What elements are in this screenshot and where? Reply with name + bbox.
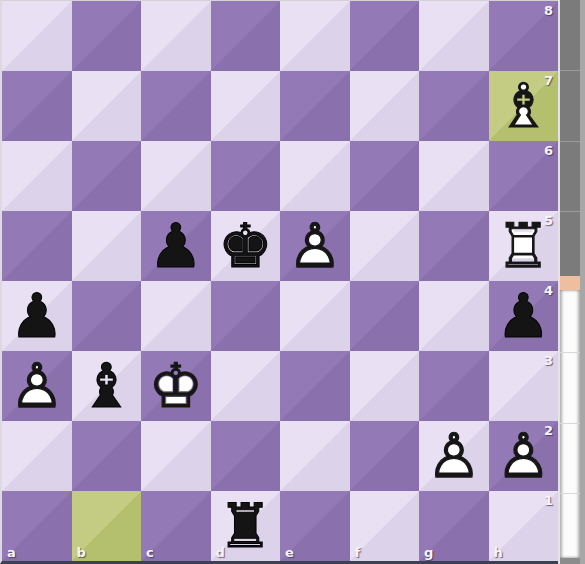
strip-right-edge (580, 0, 585, 564)
rank-label-3: 3 (544, 353, 553, 368)
square-a5[interactable] (2, 211, 72, 281)
bar-divider (560, 211, 580, 212)
square-h2[interactable]: ♟♙2 (489, 421, 559, 491)
bar-divider (560, 423, 580, 424)
rank-label-1: 1 (544, 493, 553, 508)
file-label-f: f (355, 545, 361, 560)
file-label-a: a (7, 545, 16, 560)
side-panel-strip (558, 0, 585, 564)
square-h4[interactable]: ♟4 (489, 281, 559, 351)
eval-scroll-bar (560, 0, 580, 564)
square-d1[interactable]: ♜d (211, 491, 281, 561)
chess-board-frame: 8♝♗76♟♚♟♙♜♖5♟♟4♟♙♝♚♔3♟♙♟♙2abc♜defg1h (0, 0, 558, 564)
square-b3[interactable]: ♝ (72, 351, 142, 421)
black-pawn[interactable]: ♟ (148, 213, 203, 279)
bar-top-gray-segment (560, 0, 580, 276)
bar-divider (560, 352, 580, 353)
square-e3[interactable] (280, 351, 350, 421)
square-c4[interactable] (141, 281, 211, 351)
square-a8[interactable] (2, 1, 72, 71)
square-h1[interactable]: 1h (489, 491, 559, 561)
white-pawn[interactable]: ♟♙ (287, 213, 342, 279)
file-label-c: c (146, 545, 154, 560)
square-e6[interactable] (280, 141, 350, 211)
square-g2[interactable]: ♟♙ (419, 421, 489, 491)
bar-divider (560, 70, 580, 71)
square-b5[interactable] (72, 211, 142, 281)
square-b8[interactable] (72, 1, 142, 71)
square-c8[interactable] (141, 1, 211, 71)
square-h7[interactable]: ♝♗7 (489, 71, 559, 141)
square-f1[interactable]: f (350, 491, 420, 561)
square-d4[interactable] (211, 281, 281, 351)
square-d3[interactable] (211, 351, 281, 421)
square-a2[interactable] (2, 421, 72, 491)
square-e2[interactable] (280, 421, 350, 491)
square-c3[interactable]: ♚♔ (141, 351, 211, 421)
square-b7[interactable] (72, 71, 142, 141)
file-label-h: h (494, 545, 503, 560)
black-pawn[interactable]: ♟ (496, 283, 551, 349)
square-b1[interactable]: b (72, 491, 142, 561)
square-g4[interactable] (419, 281, 489, 351)
square-c2[interactable] (141, 421, 211, 491)
white-king[interactable]: ♚♔ (148, 353, 203, 419)
square-f5[interactable] (350, 211, 420, 281)
white-rook[interactable]: ♜♖ (496, 213, 551, 279)
black-rook[interactable]: ♜ (218, 493, 273, 559)
square-e8[interactable] (280, 1, 350, 71)
square-c7[interactable] (141, 71, 211, 141)
bar-divider (560, 493, 580, 494)
square-c5[interactable]: ♟ (141, 211, 211, 281)
white-pawn[interactable]: ♟♙ (426, 423, 481, 489)
white-bishop[interactable]: ♝♗ (496, 73, 551, 139)
white-pawn[interactable]: ♟♙ (496, 423, 551, 489)
square-h8[interactable]: 8 (489, 1, 559, 71)
bar-divider (560, 141, 580, 142)
square-h3[interactable]: 3 (489, 351, 559, 421)
square-g3[interactable] (419, 351, 489, 421)
rank-label-6: 6 (544, 143, 553, 158)
square-g6[interactable] (419, 141, 489, 211)
square-d2[interactable] (211, 421, 281, 491)
square-a6[interactable] (2, 141, 72, 211)
square-d7[interactable] (211, 71, 281, 141)
square-f3[interactable] (350, 351, 420, 421)
square-c6[interactable] (141, 141, 211, 211)
black-bishop[interactable]: ♝ (79, 353, 134, 419)
bar-bottom-gray-segment (560, 558, 580, 564)
square-f6[interactable] (350, 141, 420, 211)
square-g7[interactable] (419, 71, 489, 141)
square-f4[interactable] (350, 281, 420, 351)
square-e5[interactable]: ♟♙ (280, 211, 350, 281)
square-b4[interactable] (72, 281, 142, 351)
black-pawn[interactable]: ♟ (9, 283, 64, 349)
rank-label-8: 8 (544, 3, 553, 18)
square-b6[interactable] (72, 141, 142, 211)
white-pawn[interactable]: ♟♙ (9, 353, 64, 419)
square-f7[interactable] (350, 71, 420, 141)
file-label-g: g (424, 545, 433, 560)
square-h6[interactable]: 6 (489, 141, 559, 211)
square-a3[interactable]: ♟♙ (2, 351, 72, 421)
bar-orange-marker (560, 276, 580, 290)
square-c1[interactable]: c (141, 491, 211, 561)
square-a4[interactable]: ♟ (2, 281, 72, 351)
chess-app: 8♝♗76♟♚♟♙♜♖5♟♟4♟♙♝♚♔3♟♙♟♙2abc♜defg1h (0, 0, 585, 564)
black-king[interactable]: ♚ (218, 213, 273, 279)
square-f2[interactable] (350, 421, 420, 491)
scrollbar-thumb[interactable] (560, 290, 580, 558)
square-b2[interactable] (72, 421, 142, 491)
file-label-b: b (77, 545, 86, 560)
file-label-e: e (285, 545, 294, 560)
square-g5[interactable] (419, 211, 489, 281)
chess-board: 8♝♗76♟♚♟♙♜♖5♟♟4♟♙♝♚♔3♟♙♟♙2abc♜defg1h (2, 1, 558, 561)
square-e4[interactable] (280, 281, 350, 351)
square-d5[interactable]: ♚ (211, 211, 281, 281)
square-e7[interactable] (280, 71, 350, 141)
square-f8[interactable] (350, 1, 420, 71)
square-g1[interactable]: g (419, 491, 489, 561)
square-a1[interactable]: a (2, 491, 72, 561)
square-d8[interactable] (211, 1, 281, 71)
square-e1[interactable]: e (280, 491, 350, 561)
square-a7[interactable] (2, 71, 72, 141)
square-g8[interactable] (419, 1, 489, 71)
square-h5[interactable]: ♜♖5 (489, 211, 559, 281)
square-d6[interactable] (211, 141, 281, 211)
